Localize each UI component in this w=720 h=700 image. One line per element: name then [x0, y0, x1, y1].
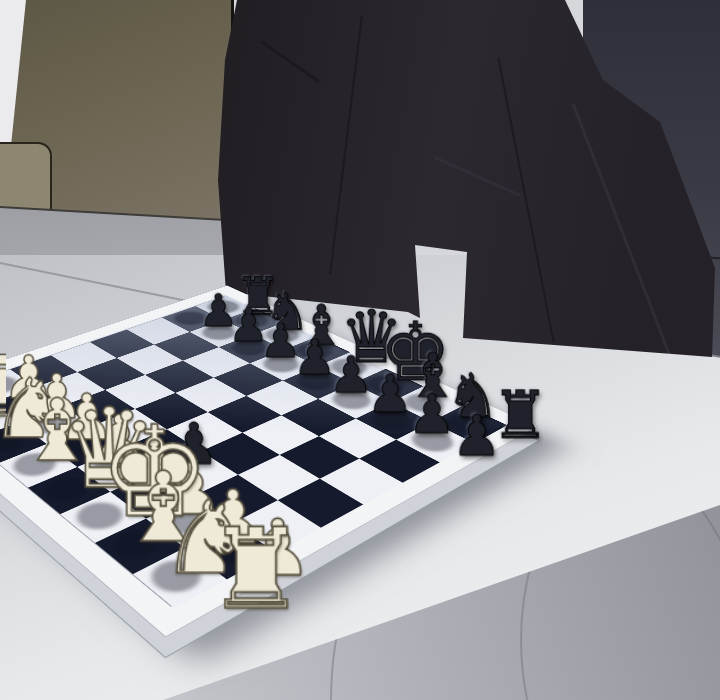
scene: ♜♞♝♛♚♝♞♜♟♟♟♟♟♟♟♟♟♟♟♟♟♟♟♟♟♜♞♝♛♚♝♞♜ [0, 0, 720, 700]
trouser-crease [260, 40, 319, 83]
black-pawn-icon: ♟ [452, 407, 502, 463]
trouser-crease [329, 16, 363, 274]
couch-armrest [0, 142, 52, 212]
trouser-crease [497, 57, 554, 342]
black-pawn-icon: ♟ [408, 387, 456, 441]
trouser-crease [433, 156, 521, 197]
white-rook-icon: ♜ [207, 514, 306, 626]
trouser-crease [572, 103, 672, 356]
piece-white-knight-b1: ♞ [0, 403, 15, 441]
black-pawn-icon: ♟ [367, 367, 413, 419]
